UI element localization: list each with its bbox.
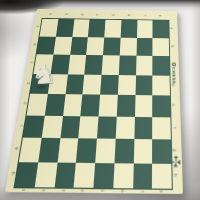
square-c5 xyxy=(65,74,84,94)
coordinate-label: f xyxy=(163,123,184,130)
square-f6 xyxy=(119,55,136,74)
coordinate-label: 5 xyxy=(99,179,105,200)
square-d3 xyxy=(78,116,98,139)
square-d2 xyxy=(76,138,97,162)
square-d6 xyxy=(85,55,103,74)
brand-logo-icon xyxy=(172,63,175,66)
coordinate-label: 4 xyxy=(93,8,101,23)
square-e5 xyxy=(100,74,118,94)
emblem-center-icon: ✦ xyxy=(174,160,177,164)
coordinate-label: 4 xyxy=(79,179,86,200)
square-g7 xyxy=(136,37,153,55)
square-c7 xyxy=(70,37,88,55)
chess-mat: 12345678 12345678 abcdefgh abcdefgh CHES… xyxy=(5,9,183,194)
square-e3 xyxy=(97,116,117,139)
square-f3 xyxy=(115,116,134,139)
square-f8 xyxy=(120,20,137,38)
coordinate-label: a xyxy=(162,26,180,31)
square-c2 xyxy=(57,138,78,162)
square-f7 xyxy=(120,37,137,55)
coordinate-label: 5 xyxy=(109,8,117,23)
coordinates-bottom: 12345678 xyxy=(13,186,171,194)
coordinate-label: b xyxy=(162,43,181,49)
white-knight: ♞ xyxy=(31,59,56,89)
coordinate-label: 2 xyxy=(61,7,70,21)
square-c6 xyxy=(68,55,87,74)
coordinate-label: 8 xyxy=(156,8,163,23)
coordinate-label: 8 xyxy=(158,180,163,200)
square-f2 xyxy=(114,139,134,163)
club-icon: ♣ xyxy=(177,159,183,165)
coordinate-label: e xyxy=(13,100,35,106)
square-e8 xyxy=(104,20,121,38)
square-g6 xyxy=(136,56,153,75)
square-g5 xyxy=(135,75,153,95)
square-f4 xyxy=(117,95,136,117)
coordinate-label: g xyxy=(5,145,28,152)
square-d7 xyxy=(86,37,104,55)
brand-text: CHESS xyxy=(172,67,177,84)
square-g2 xyxy=(133,139,152,163)
coordinate-label: b xyxy=(24,41,44,47)
square-g4 xyxy=(134,95,152,117)
coordinate-label: g xyxy=(163,146,185,153)
photo-scene: 12345678 12345678 abcdefgh abcdefgh CHES… xyxy=(0,0,200,200)
square-e7 xyxy=(103,37,120,55)
coordinate-label: 7 xyxy=(139,179,144,200)
square-c3 xyxy=(60,115,81,138)
square-c8 xyxy=(72,19,90,37)
brand-mark: CHESS xyxy=(171,63,178,98)
square-g8 xyxy=(137,20,153,38)
square-d4 xyxy=(81,94,101,116)
coordinate-label: h xyxy=(0,169,24,177)
square-d5 xyxy=(83,74,102,94)
coordinate-label: 6 xyxy=(125,8,133,23)
coordinate-label: 3 xyxy=(77,7,86,22)
coordinate-label: 7 xyxy=(140,8,147,23)
square-e2 xyxy=(95,139,115,163)
coordinate-label: f xyxy=(9,122,31,129)
square-f5 xyxy=(118,75,136,95)
coordinate-label: h xyxy=(163,171,185,179)
square-g3 xyxy=(134,116,153,139)
coordinate-label: e xyxy=(162,102,183,108)
square-c4 xyxy=(63,94,83,116)
club-quatrefoil-emblem: ♣♣♣♣✦ xyxy=(169,154,182,169)
coordinate-label: 6 xyxy=(119,179,125,200)
square-d8 xyxy=(88,20,105,38)
square-e4 xyxy=(99,95,118,117)
square-e6 xyxy=(102,55,120,74)
coordinate-label: a xyxy=(27,24,46,29)
